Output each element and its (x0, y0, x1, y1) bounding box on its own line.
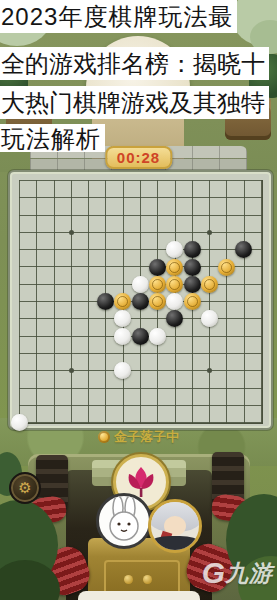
article-title-line-4: 玩法解析 (0, 124, 105, 152)
jiuyou-logo-g: G (202, 556, 225, 589)
anime-character-avatar[interactable] (148, 499, 202, 553)
move-timer: 00:28 (105, 146, 172, 169)
rabbit-icon (99, 496, 149, 546)
plaque-knob (143, 575, 152, 584)
table-plate (78, 591, 200, 600)
game-screenshot: 00:28 金子落子中 (0, 0, 277, 600)
gomoku-board[interactable] (8, 170, 273, 430)
star-point (69, 230, 74, 235)
article-title-line-1: 2023年度棋牌玩法最 (0, 0, 237, 33)
gold-stone (218, 259, 235, 276)
gold-stone (149, 276, 166, 293)
white-stone (149, 328, 166, 345)
gold-stone (184, 293, 201, 310)
black-stone (132, 328, 149, 345)
black-stone (184, 259, 201, 276)
gear-icon: ⚙ (18, 479, 31, 496)
jiuyou-logo-text: 九游 (225, 560, 273, 586)
gold-stone (166, 259, 183, 276)
gold-coin-icon (98, 431, 110, 443)
star-point (207, 230, 212, 235)
plaque-knob (124, 575, 133, 584)
star-point (69, 368, 74, 373)
turn-status-text: 金子落子中 (114, 429, 179, 444)
move-timer-value: 00:28 (117, 149, 160, 166)
settings-button[interactable]: ⚙ (9, 472, 41, 504)
black-stone (132, 293, 149, 310)
cartoon-rabbit-avatar[interactable] (96, 493, 152, 549)
article-title-line-3: 大热门棋牌游戏及其独特 (0, 86, 269, 119)
gold-stone (201, 276, 218, 293)
white-stone (132, 276, 149, 293)
gold-stone (149, 293, 166, 310)
gold-stone (166, 276, 183, 293)
turn-status: 金子落子中 (0, 428, 277, 446)
black-stone (184, 241, 201, 258)
black-stone (149, 259, 166, 276)
jiuyou-watermark: G九游 (202, 556, 273, 590)
black-stone (184, 276, 201, 293)
article-title-line-2: 全的游戏排名榜：揭晓十 (0, 47, 269, 80)
